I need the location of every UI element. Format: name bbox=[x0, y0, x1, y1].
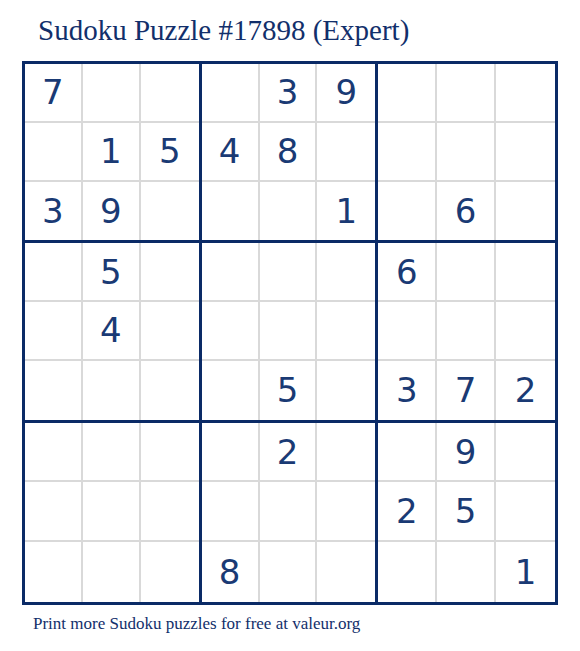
cell-r9c6[interactable] bbox=[317, 542, 375, 602]
cell-r3c1[interactable]: 3 bbox=[25, 182, 83, 241]
box-5: 5 bbox=[202, 243, 379, 422]
cell-r5c4[interactable] bbox=[202, 302, 260, 361]
cell-r9c1[interactable] bbox=[25, 542, 83, 602]
cell-r3c8[interactable]: 6 bbox=[437, 182, 496, 241]
cell-r1c5[interactable]: 3 bbox=[260, 64, 318, 123]
cell-r8c6[interactable] bbox=[317, 482, 375, 542]
cell-r8c8[interactable]: 5 bbox=[437, 482, 496, 542]
cell-r6c1[interactable] bbox=[25, 361, 83, 420]
box-8: 28 bbox=[202, 423, 379, 602]
cell-r1c2[interactable] bbox=[83, 64, 141, 123]
cell-r8c1[interactable] bbox=[25, 482, 83, 542]
cell-r6c6[interactable] bbox=[317, 361, 375, 420]
cell-r7c3[interactable] bbox=[141, 423, 199, 483]
cell-r1c6[interactable]: 9 bbox=[317, 64, 375, 123]
cell-r4c9[interactable] bbox=[496, 243, 555, 302]
cell-r7c6[interactable] bbox=[317, 423, 375, 483]
cell-r2c3[interactable]: 5 bbox=[141, 123, 199, 182]
cell-r9c4[interactable]: 8 bbox=[202, 542, 260, 602]
cell-r1c4[interactable] bbox=[202, 64, 260, 123]
cell-r6c7[interactable]: 3 bbox=[378, 361, 437, 420]
cell-r1c3[interactable] bbox=[141, 64, 199, 123]
cell-r8c2[interactable] bbox=[83, 482, 141, 542]
cell-r3c4[interactable] bbox=[202, 182, 260, 241]
footer-text: Print more Sudoku puzzles for free at va… bbox=[33, 614, 360, 634]
cell-r5c2[interactable]: 4 bbox=[83, 302, 141, 361]
page: { "game": "sudoku", "title": "Sudoku Puz… bbox=[0, 0, 580, 651]
cell-r1c8[interactable] bbox=[437, 64, 496, 123]
cell-r4c8[interactable] bbox=[437, 243, 496, 302]
cell-r3c5[interactable] bbox=[260, 182, 318, 241]
cell-r8c9[interactable] bbox=[496, 482, 555, 542]
box-2: 39481 bbox=[202, 64, 379, 243]
cell-r8c3[interactable] bbox=[141, 482, 199, 542]
cell-r5c5[interactable] bbox=[260, 302, 318, 361]
cell-r5c6[interactable] bbox=[317, 302, 375, 361]
cell-r9c7[interactable] bbox=[378, 542, 437, 602]
sudoku-board: 715393948165456372289251 bbox=[22, 61, 558, 605]
box-6: 6372 bbox=[378, 243, 555, 422]
cell-r2c1[interactable] bbox=[25, 123, 83, 182]
cell-r8c4[interactable] bbox=[202, 482, 260, 542]
cell-r3c9[interactable] bbox=[496, 182, 555, 241]
cell-r4c6[interactable] bbox=[317, 243, 375, 302]
cell-r5c9[interactable] bbox=[496, 302, 555, 361]
cell-r2c4[interactable]: 4 bbox=[202, 123, 260, 182]
cell-r3c3[interactable] bbox=[141, 182, 199, 241]
cell-r1c1[interactable]: 7 bbox=[25, 64, 83, 123]
cell-r2c8[interactable] bbox=[437, 123, 496, 182]
cell-r6c8[interactable]: 7 bbox=[437, 361, 496, 420]
cell-r5c3[interactable] bbox=[141, 302, 199, 361]
cell-r7c7[interactable] bbox=[378, 423, 437, 483]
cell-r8c5[interactable] bbox=[260, 482, 318, 542]
cell-r6c5[interactable]: 5 bbox=[260, 361, 318, 420]
cell-r5c1[interactable] bbox=[25, 302, 83, 361]
box-4: 54 bbox=[25, 243, 202, 422]
cell-r8c7[interactable]: 2 bbox=[378, 482, 437, 542]
cell-r2c7[interactable] bbox=[378, 123, 437, 182]
cell-r3c2[interactable]: 9 bbox=[83, 182, 141, 241]
box-1: 71539 bbox=[25, 64, 202, 243]
cell-r7c2[interactable] bbox=[83, 423, 141, 483]
cell-r9c3[interactable] bbox=[141, 542, 199, 602]
box-7 bbox=[25, 423, 202, 602]
cell-r5c8[interactable] bbox=[437, 302, 496, 361]
box-3: 6 bbox=[378, 64, 555, 243]
cell-r4c7[interactable]: 6 bbox=[378, 243, 437, 302]
cell-r4c5[interactable] bbox=[260, 243, 318, 302]
cell-r9c2[interactable] bbox=[83, 542, 141, 602]
cell-r3c7[interactable] bbox=[378, 182, 437, 241]
cell-r1c9[interactable] bbox=[496, 64, 555, 123]
cell-r6c4[interactable] bbox=[202, 361, 260, 420]
cell-r2c5[interactable]: 8 bbox=[260, 123, 318, 182]
cell-r5c7[interactable] bbox=[378, 302, 437, 361]
box-9: 9251 bbox=[378, 423, 555, 602]
cell-r7c1[interactable] bbox=[25, 423, 83, 483]
cell-r1c7[interactable] bbox=[378, 64, 437, 123]
cell-r4c4[interactable] bbox=[202, 243, 260, 302]
cell-r6c2[interactable] bbox=[83, 361, 141, 420]
cell-r7c4[interactable] bbox=[202, 423, 260, 483]
cell-r4c1[interactable] bbox=[25, 243, 83, 302]
cell-r7c5[interactable]: 2 bbox=[260, 423, 318, 483]
cell-r6c3[interactable] bbox=[141, 361, 199, 420]
cell-r2c9[interactable] bbox=[496, 123, 555, 182]
cell-r2c6[interactable] bbox=[317, 123, 375, 182]
cell-r9c9[interactable]: 1 bbox=[496, 542, 555, 602]
cell-r9c8[interactable] bbox=[437, 542, 496, 602]
cell-r7c9[interactable] bbox=[496, 423, 555, 483]
cell-r6c9[interactable]: 2 bbox=[496, 361, 555, 420]
cell-r4c2[interactable]: 5 bbox=[83, 243, 141, 302]
cell-r4c3[interactable] bbox=[141, 243, 199, 302]
cell-r7c8[interactable]: 9 bbox=[437, 423, 496, 483]
cell-r3c6[interactable]: 1 bbox=[317, 182, 375, 241]
puzzle-title: Sudoku Puzzle #17898 (Expert) bbox=[38, 14, 409, 47]
cell-r9c5[interactable] bbox=[260, 542, 318, 602]
cell-r2c2[interactable]: 1 bbox=[83, 123, 141, 182]
